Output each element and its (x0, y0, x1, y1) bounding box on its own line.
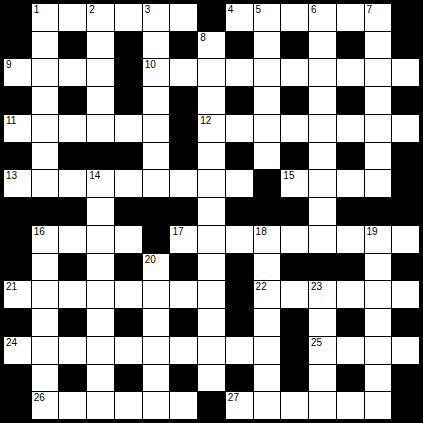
cell-r0c6[interactable] (170, 4, 197, 31)
cell-r8c9[interactable]: 18 (254, 226, 281, 253)
cell-r9c3[interactable] (87, 254, 114, 281)
cell-r4c7[interactable]: 12 (198, 115, 225, 142)
clue-number-9: 9 (6, 59, 12, 71)
cell-r4c9[interactable] (254, 115, 281, 142)
cell-r11c11[interactable] (309, 309, 336, 336)
black-cell-r3c14 (392, 87, 419, 114)
cell-r0c2[interactable] (59, 4, 86, 31)
black-cell-r13c2 (59, 365, 86, 392)
cell-r11c7[interactable] (198, 309, 225, 336)
cell-r2c2[interactable] (59, 59, 86, 86)
black-cell-r7c12 (337, 198, 364, 225)
cell-r2c7[interactable] (198, 59, 225, 86)
cell-r0c3[interactable]: 2 (87, 4, 114, 31)
black-cell-r1c14 (392, 32, 419, 59)
cell-r2c8[interactable] (226, 59, 253, 86)
black-cell-r5c4 (115, 143, 142, 170)
cell-r10c9[interactable]: 22 (254, 281, 281, 308)
cell-r12c13[interactable] (365, 337, 392, 364)
black-cell-r11c6 (170, 309, 197, 336)
cell-r12c6[interactable] (170, 337, 197, 364)
black-cell-r3c6 (170, 87, 197, 114)
black-cell-r5c0 (4, 143, 31, 170)
cell-r10c12[interactable] (337, 281, 364, 308)
black-cell-r1c10 (281, 32, 308, 59)
black-cell-r9c12 (337, 254, 364, 281)
cell-r2c14[interactable] (392, 59, 419, 86)
cell-r14c5[interactable] (143, 392, 170, 419)
crossword-board-frame: 1234567891011121314151617181920212223242… (0, 0, 423, 423)
black-cell-r2c4 (115, 59, 142, 86)
cell-r3c1[interactable] (32, 87, 59, 114)
cell-r10c6[interactable] (170, 281, 197, 308)
clue-number-13: 13 (6, 170, 17, 182)
cell-r1c3[interactable] (87, 32, 114, 59)
cell-r14c4[interactable] (115, 392, 142, 419)
cell-r8c12[interactable] (337, 226, 364, 253)
cell-r6c1[interactable] (32, 170, 59, 197)
clue-number-25: 25 (311, 337, 322, 349)
cell-r10c0[interactable]: 21 (4, 281, 31, 308)
black-cell-r1c8 (226, 32, 253, 59)
cell-r12c5[interactable] (143, 337, 170, 364)
black-cell-r1c6 (170, 32, 197, 59)
black-cell-r5c2 (59, 143, 86, 170)
black-cell-r8c5 (143, 226, 170, 253)
cell-r10c3[interactable] (87, 281, 114, 308)
cell-r8c3[interactable] (87, 226, 114, 253)
cell-r8c13[interactable]: 19 (365, 226, 392, 253)
cell-r0c11[interactable]: 6 (309, 4, 336, 31)
black-cell-r9c8 (226, 254, 253, 281)
clue-number-8: 8 (200, 32, 206, 44)
cell-r6c6[interactable] (170, 170, 197, 197)
black-cell-r9c4 (115, 254, 142, 281)
black-cell-r5c3 (87, 143, 114, 170)
cell-r0c10[interactable] (281, 4, 308, 31)
cell-r8c6[interactable]: 17 (170, 226, 197, 253)
clue-number-5: 5 (256, 4, 262, 16)
black-cell-r8c0 (4, 226, 31, 253)
black-cell-r3c0 (4, 87, 31, 114)
black-cell-r13c4 (115, 365, 142, 392)
cell-r2c10[interactable] (281, 59, 308, 86)
black-cell-r13c12 (337, 365, 364, 392)
cell-r13c5[interactable] (143, 365, 170, 392)
cell-r13c13[interactable] (365, 365, 392, 392)
clue-number-24: 24 (6, 337, 17, 349)
black-cell-r5c12 (337, 143, 364, 170)
cell-r6c4[interactable] (115, 170, 142, 197)
black-cell-r0c14 (392, 4, 419, 31)
cell-r0c9[interactable]: 5 (254, 4, 281, 31)
cell-r8c1[interactable]: 16 (32, 226, 59, 253)
cell-r8c4[interactable] (115, 226, 142, 253)
cell-r4c11[interactable] (309, 115, 336, 142)
cell-r14c13[interactable] (365, 392, 392, 419)
black-cell-r7c13 (365, 198, 392, 225)
cell-r6c12[interactable] (337, 170, 364, 197)
cell-r10c5[interactable] (143, 281, 170, 308)
black-cell-r3c2 (59, 87, 86, 114)
cell-r1c9[interactable] (254, 32, 281, 59)
black-cell-r14c14 (392, 392, 419, 419)
black-cell-r3c10 (281, 87, 308, 114)
cell-r14c2[interactable] (59, 392, 86, 419)
cell-r14c10[interactable] (281, 392, 308, 419)
clue-number-27: 27 (228, 392, 239, 404)
cell-r3c5[interactable] (143, 87, 170, 114)
black-cell-r13c8 (226, 365, 253, 392)
cell-r11c5[interactable] (143, 309, 170, 336)
black-cell-r9c6 (170, 254, 197, 281)
black-cell-r11c10 (281, 309, 308, 336)
cell-r0c4[interactable] (115, 4, 142, 31)
black-cell-r1c2 (59, 32, 86, 59)
clue-number-17: 17 (172, 226, 183, 238)
cell-r1c11[interactable] (309, 32, 336, 59)
clue-number-14: 14 (89, 170, 100, 182)
cell-r12c14[interactable] (392, 337, 419, 364)
cell-r11c9[interactable] (254, 309, 281, 336)
cell-r14c12[interactable] (337, 392, 364, 419)
cell-r9c1[interactable] (32, 254, 59, 281)
cell-r4c13[interactable] (365, 115, 392, 142)
cell-r4c3[interactable] (87, 115, 114, 142)
cell-r2c13[interactable] (365, 59, 392, 86)
cell-r12c11[interactable]: 25 (309, 337, 336, 364)
black-cell-r7c14 (392, 198, 419, 225)
cell-r14c6[interactable] (170, 392, 197, 419)
cell-r10c10[interactable] (281, 281, 308, 308)
cell-r14c1[interactable]: 26 (32, 392, 59, 419)
cell-r5c7[interactable] (198, 143, 225, 170)
black-cell-r9c11 (309, 254, 336, 281)
cell-r5c11[interactable] (309, 143, 336, 170)
cell-r10c7[interactable] (198, 281, 225, 308)
cell-r6c8[interactable] (226, 170, 253, 197)
cell-r2c11[interactable] (309, 59, 336, 86)
cell-r1c7[interactable]: 8 (198, 32, 225, 59)
cell-r0c8[interactable]: 4 (226, 4, 253, 31)
cell-r6c5[interactable] (143, 170, 170, 197)
black-cell-r10c8 (226, 281, 253, 308)
cell-r5c5[interactable] (143, 143, 170, 170)
cell-r0c5[interactable]: 3 (143, 4, 170, 31)
cell-r14c8[interactable]: 27 (226, 392, 253, 419)
cell-r10c14[interactable] (392, 281, 419, 308)
clue-number-10: 10 (145, 59, 156, 71)
cell-r12c1[interactable] (32, 337, 59, 364)
crossword-board: 1234567891011121314151617181920212223242… (4, 4, 419, 419)
cell-r7c11[interactable] (309, 198, 336, 225)
clue-number-22: 22 (256, 281, 267, 293)
cell-r4c4[interactable] (115, 115, 142, 142)
cell-r12c9[interactable] (254, 337, 281, 364)
cell-r2c12[interactable] (337, 59, 364, 86)
cell-r9c7[interactable] (198, 254, 225, 281)
black-cell-r11c8 (226, 309, 253, 336)
cell-r8c2[interactable] (59, 226, 86, 253)
black-cell-r3c4 (115, 87, 142, 114)
black-cell-r6c14 (392, 170, 419, 197)
cell-r8c11[interactable] (309, 226, 336, 253)
black-cell-r14c7 (198, 392, 225, 419)
cell-r3c3[interactable] (87, 87, 114, 114)
black-cell-r1c0 (4, 32, 31, 59)
cell-r0c13[interactable]: 7 (365, 4, 392, 31)
black-cell-r0c0 (4, 4, 31, 31)
clue-number-21: 21 (6, 281, 17, 293)
black-cell-r7c2 (59, 198, 86, 225)
cell-r6c2[interactable] (59, 170, 86, 197)
clue-number-19: 19 (367, 226, 378, 238)
black-cell-r9c0 (4, 254, 31, 281)
cell-r2c9[interactable] (254, 59, 281, 86)
clue-number-12: 12 (200, 115, 211, 127)
black-cell-r1c12 (337, 32, 364, 59)
cell-r13c7[interactable] (198, 365, 225, 392)
cell-r0c12[interactable] (337, 4, 364, 31)
cell-r11c3[interactable] (87, 309, 114, 336)
cell-r3c9[interactable] (254, 87, 281, 114)
cell-r10c1[interactable] (32, 281, 59, 308)
cell-r2c6[interactable] (170, 59, 197, 86)
black-cell-r7c4 (115, 198, 142, 225)
cell-r9c13[interactable] (365, 254, 392, 281)
black-cell-r14c0 (4, 392, 31, 419)
cell-r8c7[interactable] (198, 226, 225, 253)
black-cell-r13c10 (281, 365, 308, 392)
cell-r14c11[interactable] (309, 392, 336, 419)
cell-r1c1[interactable] (32, 32, 59, 59)
cell-r14c3[interactable] (87, 392, 114, 419)
cell-r3c11[interactable] (309, 87, 336, 114)
black-cell-r7c6 (170, 198, 197, 225)
black-cell-r5c14 (392, 143, 419, 170)
cell-r13c3[interactable] (87, 365, 114, 392)
black-cell-r1c4 (115, 32, 142, 59)
cell-r12c7[interactable] (198, 337, 225, 364)
black-cell-r3c8 (226, 87, 253, 114)
clue-number-11: 11 (6, 115, 16, 127)
black-cell-r5c8 (226, 143, 253, 170)
black-cell-r11c14 (392, 309, 419, 336)
black-cell-r7c1 (32, 198, 59, 225)
clue-number-1: 1 (34, 4, 40, 16)
black-cell-r13c14 (392, 365, 419, 392)
cell-r11c13[interactable] (365, 309, 392, 336)
cell-r9c9[interactable] (254, 254, 281, 281)
clue-number-4: 4 (228, 4, 234, 16)
cell-r12c2[interactable] (59, 337, 86, 364)
black-cell-r3c12 (337, 87, 364, 114)
cell-r1c13[interactable] (365, 32, 392, 59)
cell-r13c9[interactable] (254, 365, 281, 392)
cell-r6c3[interactable]: 14 (87, 170, 114, 197)
clue-number-2: 2 (89, 4, 95, 16)
black-cell-r6c9 (254, 170, 281, 197)
black-cell-r7c8 (226, 198, 253, 225)
black-cell-r4c6 (170, 115, 197, 142)
cell-r12c4[interactable] (115, 337, 142, 364)
cell-r4c12[interactable] (337, 115, 364, 142)
cell-r4c1[interactable] (32, 115, 59, 142)
cell-r5c13[interactable] (365, 143, 392, 170)
cell-r8c8[interactable] (226, 226, 253, 253)
cell-r5c1[interactable] (32, 143, 59, 170)
clue-number-15: 15 (283, 170, 294, 182)
black-cell-r5c6 (170, 143, 197, 170)
cell-r12c0[interactable]: 24 (4, 337, 31, 364)
black-cell-r13c0 (4, 365, 31, 392)
cell-r2c0[interactable]: 9 (4, 59, 31, 86)
cell-r4c10[interactable] (281, 115, 308, 142)
cell-r12c3[interactable] (87, 337, 114, 364)
cell-r5c9[interactable] (254, 143, 281, 170)
clue-number-18: 18 (256, 226, 267, 238)
cell-r4c0[interactable]: 11 (4, 115, 31, 142)
black-cell-r11c12 (337, 309, 364, 336)
black-cell-r9c10 (281, 254, 308, 281)
cell-r4c8[interactable] (226, 115, 253, 142)
clue-number-3: 3 (145, 4, 151, 16)
black-cell-r7c9 (254, 198, 281, 225)
cell-r3c13[interactable] (365, 87, 392, 114)
clue-number-26: 26 (34, 392, 45, 404)
clue-number-7: 7 (367, 4, 373, 16)
cell-r4c14[interactable] (392, 115, 419, 142)
cell-r6c0[interactable]: 13 (4, 170, 31, 197)
black-cell-r13c6 (170, 365, 197, 392)
cell-r0c1[interactable]: 1 (32, 4, 59, 31)
cell-r10c13[interactable] (365, 281, 392, 308)
black-cell-r9c2 (59, 254, 86, 281)
clue-number-16: 16 (34, 226, 45, 238)
cell-r9c5[interactable]: 20 (143, 254, 170, 281)
cell-r6c11[interactable] (309, 170, 336, 197)
cell-r6c7[interactable] (198, 170, 225, 197)
black-cell-r0c7 (198, 4, 225, 31)
black-cell-r11c4 (115, 309, 142, 336)
cell-r10c4[interactable] (115, 281, 142, 308)
clue-number-20: 20 (145, 254, 156, 266)
cell-r4c5[interactable] (143, 115, 170, 142)
black-cell-r7c5 (143, 198, 170, 225)
cell-r12c12[interactable] (337, 337, 364, 364)
black-cell-r11c0 (4, 309, 31, 336)
cell-r4c2[interactable] (59, 115, 86, 142)
black-cell-r11c2 (59, 309, 86, 336)
clue-number-23: 23 (311, 281, 322, 293)
cell-r14c9[interactable] (254, 392, 281, 419)
black-cell-r12c10 (281, 337, 308, 364)
cell-r2c1[interactable] (32, 59, 59, 86)
black-cell-r7c0 (4, 198, 31, 225)
cell-r2c5[interactable]: 10 (143, 59, 170, 86)
cell-r10c11[interactable]: 23 (309, 281, 336, 308)
cell-r11c1[interactable] (32, 309, 59, 336)
black-cell-r9c14 (392, 254, 419, 281)
cell-r10c2[interactable] (59, 281, 86, 308)
cell-r12c8[interactable] (226, 337, 253, 364)
clue-number-6: 6 (311, 4, 317, 16)
cell-r6c10[interactable]: 15 (281, 170, 308, 197)
cell-r13c1[interactable] (32, 365, 59, 392)
cell-r2c3[interactable] (87, 59, 114, 86)
cell-r6c13[interactable] (365, 170, 392, 197)
cell-r13c11[interactable] (309, 365, 336, 392)
black-cell-r5c10 (281, 143, 308, 170)
black-cell-r7c10 (281, 198, 308, 225)
cell-r3c7[interactable] (198, 87, 225, 114)
cell-r8c10[interactable] (281, 226, 308, 253)
cell-r8c14[interactable] (392, 226, 419, 253)
cell-r7c7[interactable] (198, 198, 225, 225)
cell-r7c3[interactable] (87, 198, 114, 225)
cell-r1c5[interactable] (143, 32, 170, 59)
